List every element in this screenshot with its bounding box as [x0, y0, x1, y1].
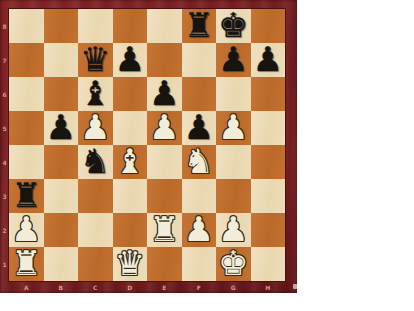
square-a1[interactable]: ♜: [9, 247, 44, 281]
square-d1[interactable]: ♛: [113, 247, 148, 281]
square-f4[interactable]: ♞: [182, 145, 217, 179]
white-knight: ♞: [184, 144, 214, 178]
square-h7[interactable]: ♟: [251, 43, 286, 77]
square-h1[interactable]: [251, 247, 286, 281]
square-b4[interactable]: [44, 145, 79, 179]
square-b6[interactable]: [44, 77, 79, 111]
white-pawn: ♟: [218, 110, 248, 144]
square-h5[interactable]: [251, 111, 286, 145]
square-h4[interactable]: [251, 145, 286, 179]
black-pawn: ♟: [253, 42, 283, 76]
white-queen: ♛: [115, 246, 145, 280]
brand-dot: [293, 284, 297, 289]
square-e5[interactable]: ♟: [147, 111, 182, 145]
file-label-c: C: [78, 282, 113, 293]
chess-board: 87654321 ♜♚♛♟♟♟♝♟♟♟♟♟♟♞♝♞♜♟♜♟♟♜♛♚ ABCDEF…: [0, 0, 297, 293]
square-e8[interactable]: [147, 9, 182, 43]
square-b7[interactable]: [44, 43, 79, 77]
square-e4[interactable]: [147, 145, 182, 179]
square-c1[interactable]: [78, 247, 113, 281]
file-label-a: A: [9, 282, 44, 293]
square-c4[interactable]: ♞: [78, 145, 113, 179]
file-label-d: D: [113, 282, 148, 293]
white-rook: ♜: [149, 212, 179, 246]
white-bishop: ♝: [115, 144, 145, 178]
square-e1[interactable]: [147, 247, 182, 281]
rank-label-6: 6: [0, 77, 9, 111]
file-label-g: G: [216, 282, 251, 293]
white-king: ♚: [218, 246, 248, 280]
black-bishop: ♝: [80, 76, 110, 110]
square-a8[interactable]: [9, 9, 44, 43]
square-a2[interactable]: ♟: [9, 213, 44, 247]
white-pawn: ♟: [80, 110, 110, 144]
white-pawn: ♟: [184, 212, 214, 246]
square-c7[interactable]: ♛: [78, 43, 113, 77]
square-g7[interactable]: ♟: [216, 43, 251, 77]
rank-labels: 87654321: [0, 9, 9, 281]
board-squares: ♜♚♛♟♟♟♝♟♟♟♟♟♟♞♝♞♜♟♜♟♟♜♛♚: [9, 9, 285, 281]
square-b3[interactable]: [44, 179, 79, 213]
square-f1[interactable]: [182, 247, 217, 281]
file-label-e: E: [147, 282, 182, 293]
square-f6[interactable]: [182, 77, 217, 111]
square-d3[interactable]: [113, 179, 148, 213]
square-b1[interactable]: [44, 247, 79, 281]
square-f5[interactable]: ♟: [182, 111, 217, 145]
white-pawn: ♟: [218, 212, 248, 246]
square-d2[interactable]: [113, 213, 148, 247]
square-a7[interactable]: [9, 43, 44, 77]
black-knight: ♞: [80, 144, 110, 178]
square-c2[interactable]: [78, 213, 113, 247]
file-label-b: B: [44, 282, 79, 293]
square-b8[interactable]: [44, 9, 79, 43]
square-c6[interactable]: ♝: [78, 77, 113, 111]
file-labels: ABCDEFGH: [9, 282, 285, 293]
black-pawn: ♟: [218, 42, 248, 76]
square-b5[interactable]: ♟: [44, 111, 79, 145]
black-rook: ♜: [184, 8, 214, 42]
black-pawn: ♟: [46, 110, 76, 144]
square-g4[interactable]: [216, 145, 251, 179]
square-e3[interactable]: [147, 179, 182, 213]
square-a6[interactable]: [9, 77, 44, 111]
white-rook: ♜: [11, 246, 41, 280]
page-background: 87654321 ♜♚♛♟♟♟♝♟♟♟♟♟♟♞♝♞♜♟♜♟♟♜♛♚ ABCDEF…: [0, 0, 414, 311]
black-rook: ♜: [11, 178, 41, 212]
square-e7[interactable]: [147, 43, 182, 77]
rank-label-2: 2: [0, 213, 9, 247]
black-queen: ♛: [80, 42, 110, 76]
black-pawn: ♟: [184, 110, 214, 144]
square-f3[interactable]: [182, 179, 217, 213]
square-d4[interactable]: ♝: [113, 145, 148, 179]
square-g1[interactable]: ♚: [216, 247, 251, 281]
square-g5[interactable]: ♟: [216, 111, 251, 145]
rank-label-8: 8: [0, 9, 9, 43]
file-label-h: H: [251, 282, 286, 293]
white-pawn: ♟: [149, 110, 179, 144]
square-c5[interactable]: ♟: [78, 111, 113, 145]
square-f8[interactable]: ♜: [182, 9, 217, 43]
square-g3[interactable]: [216, 179, 251, 213]
rank-label-7: 7: [0, 43, 9, 77]
rank-label-4: 4: [0, 145, 9, 179]
square-g2[interactable]: ♟: [216, 213, 251, 247]
square-a5[interactable]: [9, 111, 44, 145]
black-pawn: ♟: [149, 76, 179, 110]
file-label-f: F: [182, 282, 217, 293]
square-d6[interactable]: [113, 77, 148, 111]
square-d8[interactable]: [113, 9, 148, 43]
square-h2[interactable]: [251, 213, 286, 247]
square-b2[interactable]: [44, 213, 79, 247]
white-pawn: ♟: [11, 212, 41, 246]
rank-label-5: 5: [0, 111, 9, 145]
square-a3[interactable]: ♜: [9, 179, 44, 213]
square-e2[interactable]: ♜: [147, 213, 182, 247]
square-a4[interactable]: [9, 145, 44, 179]
square-e6[interactable]: ♟: [147, 77, 182, 111]
square-d5[interactable]: [113, 111, 148, 145]
square-g8[interactable]: ♚: [216, 9, 251, 43]
square-h8[interactable]: [251, 9, 286, 43]
square-d7[interactable]: ♟: [113, 43, 148, 77]
square-c3[interactable]: [78, 179, 113, 213]
square-f7[interactable]: [182, 43, 217, 77]
black-king: ♚: [218, 8, 248, 42]
square-h3[interactable]: [251, 179, 286, 213]
rank-label-3: 3: [0, 179, 9, 213]
square-f2[interactable]: ♟: [182, 213, 217, 247]
square-g6[interactable]: [216, 77, 251, 111]
square-c8[interactable]: [78, 9, 113, 43]
black-pawn: ♟: [115, 42, 145, 76]
rank-label-1: 1: [0, 247, 9, 281]
square-h6[interactable]: [251, 77, 286, 111]
